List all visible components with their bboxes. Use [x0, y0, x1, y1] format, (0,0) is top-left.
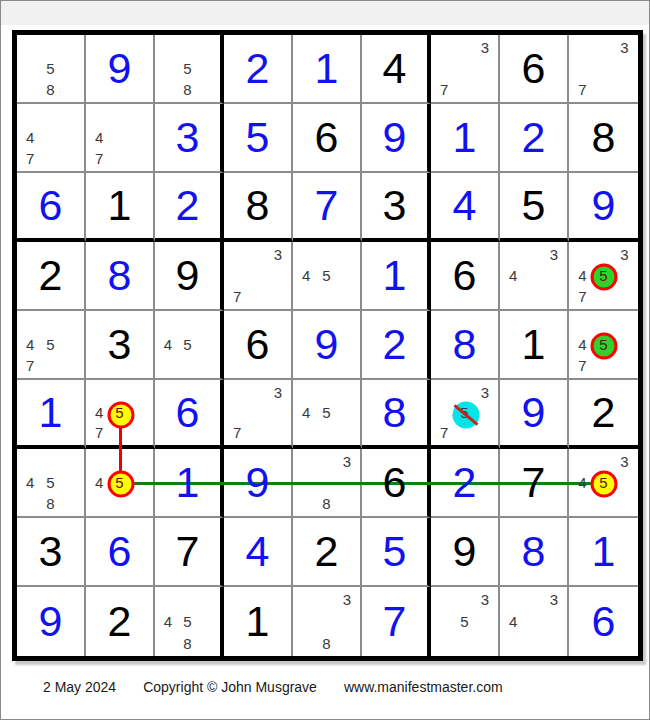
pencil-digit-5: 5 [316, 402, 336, 422]
pencil-marks: 37 [224, 242, 291, 309]
big-digit: 1 [383, 254, 407, 297]
pencil-digit-3: 3 [475, 382, 495, 402]
pencil-digit-6 [614, 334, 635, 355]
cell-r5c1[interactable]: 457 [17, 311, 86, 380]
pencil-digit-5: 5 [593, 472, 614, 493]
pencil-marks: 37 [431, 35, 498, 102]
cell-r3c7[interactable]: 4 [431, 173, 500, 242]
pencil-marks: 357 [431, 380, 498, 445]
pencil-digit-1 [227, 382, 247, 402]
pencil-digit-4 [434, 58, 454, 79]
big-digit: 2 [315, 530, 339, 573]
pencil-digit-6 [614, 58, 635, 79]
pencil-digit-1 [89, 382, 109, 402]
big-digit: 3 [39, 530, 63, 573]
cell-r6c6[interactable]: 8 [362, 380, 431, 449]
pencil-digit-3: 3 [268, 382, 288, 402]
pencil-digit-1 [20, 37, 40, 58]
pencil-digit-4 [572, 58, 593, 79]
pencil-digit-2 [454, 382, 474, 402]
big-digit: 3 [108, 323, 132, 366]
pencil-marks: 45 [155, 311, 220, 378]
pencil-digit-4: 4 [20, 127, 40, 148]
pencil-digit-8 [40, 355, 60, 376]
cell-r9c2[interactable]: 2 [86, 587, 155, 656]
pencil-digit-6 [337, 472, 357, 493]
pencil-digit-3 [197, 37, 217, 58]
pencil-digit-9 [337, 493, 357, 514]
cell-r2c5[interactable]: 6 [293, 104, 362, 173]
big-digit: 8 [592, 116, 616, 159]
pencil-digit-8: 8 [40, 79, 60, 100]
pencil-digit-5 [316, 611, 336, 633]
cell-r7c8[interactable]: 7 [500, 449, 569, 518]
big-digit: 1 [39, 391, 63, 434]
cell-r7c2[interactable]: 45 [86, 449, 155, 518]
big-digit: 5 [383, 530, 407, 573]
pencil-digit-9 [61, 148, 81, 169]
cell-r7c9[interactable]: 345 [569, 449, 638, 518]
pencil-digit-6 [197, 334, 217, 355]
footer-url: www.manifestmaster.com [344, 679, 503, 695]
pencil-digit-6 [544, 265, 564, 286]
pencil-digit-1 [296, 451, 316, 472]
pencil-digit-3 [614, 313, 635, 334]
cell-r4c2[interactable]: 8 [86, 242, 155, 311]
pencil-digit-9 [61, 493, 81, 514]
pencil-digit-6 [614, 265, 635, 286]
pencil-digit-3 [61, 451, 81, 472]
pencil-digit-8 [178, 355, 198, 376]
pencil-digit-8 [247, 286, 267, 307]
cell-r9c7[interactable]: 35 [431, 587, 500, 656]
cell-r8c7[interactable]: 9 [431, 518, 500, 587]
pencil-digit-5 [247, 402, 267, 422]
cell-r4c9[interactable]: 3457 [569, 242, 638, 311]
cell-r4c5[interactable]: 45 [293, 242, 362, 311]
big-digit: 6 [246, 323, 270, 366]
pencil-digit-5: 5 [593, 334, 614, 355]
pencil-digit-9 [130, 423, 150, 443]
pencil-digit-6 [61, 58, 81, 79]
cell-r1c6[interactable]: 4 [362, 35, 431, 104]
pencil-digit-2 [454, 589, 474, 611]
cell-r6c1[interactable]: 1 [17, 380, 86, 449]
pencil-digit-1 [572, 451, 593, 472]
pencil-digit-1 [20, 451, 40, 472]
pencil-digit-8 [454, 423, 474, 443]
pencil-digit-5: 5 [454, 611, 474, 633]
pencil-digit-2 [593, 313, 614, 334]
cell-r8c8[interactable]: 8 [500, 518, 569, 587]
pencil-digit-4: 4 [572, 334, 593, 355]
big-digit: 9 [108, 47, 132, 90]
pencil-digit-2 [247, 382, 267, 402]
cell-r3c9[interactable]: 9 [569, 173, 638, 242]
big-digit: 1 [315, 47, 339, 90]
big-digit: 6 [592, 600, 616, 643]
pencil-digit-7 [20, 493, 40, 514]
pencil-digit-8 [454, 632, 474, 654]
pencil-digit-2 [316, 382, 336, 402]
pencil-digit-1 [89, 106, 109, 127]
pencil-marks: 3457 [569, 242, 638, 309]
pencil-digit-6 [130, 127, 150, 148]
pencil-digit-3: 3 [544, 589, 564, 611]
cell-r5c5[interactable]: 9 [293, 311, 362, 380]
pencil-marks: 457 [17, 311, 84, 378]
cell-r9c8[interactable]: 34 [500, 587, 569, 656]
pencil-digit-7 [572, 493, 593, 514]
cell-r6c7[interactable]: 357 [431, 380, 500, 449]
pencil-digit-3 [130, 451, 150, 472]
pencil-digit-6 [61, 472, 81, 493]
cell-r8c4[interactable]: 4 [224, 518, 293, 587]
pencil-digit-5: 5 [316, 265, 336, 286]
pencil-digit-4 [227, 402, 247, 422]
cell-r1c2[interactable]: 9 [86, 35, 155, 104]
pencil-digit-8 [593, 286, 614, 307]
pencil-digit-7: 7 [89, 423, 109, 443]
pencil-digit-9 [337, 286, 357, 307]
pencil-digit-4: 4 [89, 472, 109, 493]
cell-r6c2[interactable]: 457 [86, 380, 155, 449]
pencil-digit-7 [434, 632, 454, 654]
pencil-digit-8 [454, 79, 474, 100]
big-digit: 6 [108, 530, 132, 573]
cell-r1c3[interactable]: 58 [155, 35, 224, 104]
big-digit: 3 [176, 116, 200, 159]
pencil-digit-3: 3 [475, 37, 495, 58]
pencil-digit-5 [523, 611, 543, 633]
pencil-digit-4: 4 [158, 334, 178, 355]
pencil-digit-8: 8 [178, 632, 198, 654]
pencil-digit-7: 7 [20, 148, 40, 169]
pencil-digit-6 [614, 472, 635, 493]
pencil-digit-3 [197, 589, 217, 611]
big-digit: 7 [315, 184, 339, 227]
cell-r1c1[interactable]: 58 [17, 35, 86, 104]
pencil-digit-8 [316, 423, 336, 443]
pencil-digit-8 [593, 493, 614, 514]
sudoku-page: 5895821437637474735691286128734592893745… [0, 0, 650, 720]
pencil-digit-9 [475, 79, 495, 100]
footer-date: 2 May 2024 [43, 679, 116, 695]
pencil-digit-2 [40, 106, 60, 127]
cell-r8c3[interactable]: 7 [155, 518, 224, 587]
cell-r4c8[interactable]: 34 [500, 242, 569, 311]
pencil-digit-5 [247, 265, 267, 286]
pencil-digit-4 [20, 58, 40, 79]
big-digit: 6 [522, 47, 546, 90]
pencil-digit-5: 5 [178, 611, 198, 633]
big-digit: 8 [108, 254, 132, 297]
big-digit: 2 [176, 184, 200, 227]
cell-r6c9[interactable]: 2 [569, 380, 638, 449]
pencil-digit-1 [434, 37, 454, 58]
pencil-digit-9 [197, 79, 217, 100]
cell-r9c6[interactable]: 7 [362, 587, 431, 656]
pencil-digit-5: 5 [178, 58, 198, 79]
cell-r6c8[interactable]: 9 [500, 380, 569, 449]
pencil-digit-8 [523, 286, 543, 307]
pencil-digit-1 [158, 313, 178, 334]
pencil-digit-5 [523, 265, 543, 286]
pencil-marks: 45 [293, 242, 360, 309]
cell-r5c3[interactable]: 45 [155, 311, 224, 380]
pencil-digit-2 [523, 244, 543, 265]
pencil-digit-6 [337, 402, 357, 422]
pencil-digit-3 [61, 106, 81, 127]
pencil-digit-1 [434, 589, 454, 611]
big-digit: 5 [522, 184, 546, 227]
pencil-digit-2 [593, 244, 614, 265]
pencil-digit-3 [337, 382, 357, 402]
cell-r2c7[interactable]: 1 [431, 104, 500, 173]
big-digit: 1 [453, 116, 477, 159]
cell-r8c5[interactable]: 2 [293, 518, 362, 587]
pencil-digit-4: 4 [20, 472, 40, 493]
pencil-digit-2 [316, 589, 336, 611]
big-digit: 6 [383, 461, 407, 504]
pencil-digit-4 [227, 265, 247, 286]
cell-r3c4[interactable]: 8 [224, 173, 293, 242]
top-band [1, 1, 649, 25]
pencil-digit-4: 4 [503, 265, 523, 286]
pencil-digit-7 [296, 286, 316, 307]
big-digit: 4 [453, 184, 477, 227]
pencil-digit-2 [178, 37, 198, 58]
pencil-digit-8 [109, 423, 129, 443]
cell-r9c1[interactable]: 9 [17, 587, 86, 656]
pencil-digit-8 [593, 79, 614, 100]
pencil-digit-3: 3 [337, 451, 357, 472]
footer: 2 May 2024Copyright © John Musgravewww.m… [43, 679, 530, 695]
pencil-digit-9 [614, 79, 635, 100]
pencil-digit-3: 3 [544, 244, 564, 265]
footer-copyright: Copyright © John Musgrave [143, 679, 317, 695]
pencil-digit-4: 4 [20, 334, 40, 355]
pencil-digit-7 [158, 632, 178, 654]
pencil-digit-6 [197, 611, 217, 633]
cell-r8c1[interactable]: 3 [17, 518, 86, 587]
pencil-digit-9 [61, 355, 81, 376]
pencil-digit-2 [109, 106, 129, 127]
big-digit: 2 [39, 254, 63, 297]
pencil-digit-3 [197, 313, 217, 334]
cell-r7c1[interactable]: 458 [17, 449, 86, 518]
pencil-digit-4 [296, 472, 316, 493]
pencil-digit-9 [130, 493, 150, 514]
pencil-digit-9 [544, 632, 564, 654]
pencil-digit-4: 4 [89, 402, 109, 422]
pencil-digit-5: 5 [109, 472, 129, 493]
pencil-digit-7: 7 [434, 79, 454, 100]
pencil-digit-6 [544, 611, 564, 633]
cell-r2c3[interactable]: 3 [155, 104, 224, 173]
big-digit: 8 [246, 184, 270, 227]
pencil-digit-3 [130, 106, 150, 127]
pencil-digit-4 [296, 611, 316, 633]
cell-r2c8[interactable]: 2 [500, 104, 569, 173]
big-digit: 5 [246, 116, 270, 159]
cell-r2c2[interactable]: 47 [86, 104, 155, 173]
cell-r6c3[interactable]: 6 [155, 380, 224, 449]
big-digit: 1 [522, 323, 546, 366]
big-digit: 8 [522, 530, 546, 573]
cell-r3c6[interactable]: 3 [362, 173, 431, 242]
cell-r3c5[interactable]: 7 [293, 173, 362, 242]
pencil-digit-4: 4 [89, 127, 109, 148]
cell-r5c6[interactable]: 2 [362, 311, 431, 380]
cell-r3c8[interactable]: 5 [500, 173, 569, 242]
big-digit: 9 [453, 530, 477, 573]
big-digit: 2 [522, 116, 546, 159]
cell-r3c3[interactable]: 2 [155, 173, 224, 242]
cell-r2c1[interactable]: 47 [17, 104, 86, 173]
pencil-digit-6 [130, 472, 150, 493]
cell-r9c9[interactable]: 6 [569, 587, 638, 656]
pencil-digit-1 [158, 37, 178, 58]
pencil-digit-9 [337, 423, 357, 443]
cell-r3c1[interactable]: 6 [17, 173, 86, 242]
pencil-digit-9 [268, 286, 288, 307]
cell-r4c6[interactable]: 1 [362, 242, 431, 311]
pencil-digit-7 [158, 79, 178, 100]
cell-r2c9[interactable]: 8 [569, 104, 638, 173]
pencil-digit-7 [296, 632, 316, 654]
cell-r6c5[interactable]: 45 [293, 380, 362, 449]
pencil-digit-2 [40, 37, 60, 58]
pencil-digit-7 [503, 632, 523, 654]
cell-r2c4[interactable]: 5 [224, 104, 293, 173]
big-digit: 2 [453, 461, 477, 504]
cell-r7c4[interactable]: 9 [224, 449, 293, 518]
cell-r5c9[interactable]: 457 [569, 311, 638, 380]
pencil-digit-9 [197, 632, 217, 654]
cell-r4c7[interactable]: 6 [431, 242, 500, 311]
pencil-digit-4: 4 [572, 472, 593, 493]
pencil-digit-3: 3 [337, 589, 357, 611]
pencil-digit-8: 8 [316, 493, 336, 514]
cell-r1c9[interactable]: 37 [569, 35, 638, 104]
pencil-digit-2 [454, 37, 474, 58]
cell-r9c5[interactable]: 38 [293, 587, 362, 656]
cell-r5c4[interactable]: 6 [224, 311, 293, 380]
cell-r1c5[interactable]: 1 [293, 35, 362, 104]
pencil-marks: 38 [293, 587, 360, 656]
pencil-digit-7: 7 [572, 355, 593, 376]
pencil-digit-7: 7 [572, 286, 593, 307]
cell-r7c7[interactable]: 2 [431, 449, 500, 518]
pencil-digit-9 [475, 632, 495, 654]
cell-r1c7[interactable]: 37 [431, 35, 500, 104]
pencil-marks: 457 [86, 380, 153, 445]
big-digit: 4 [246, 530, 270, 573]
sudoku-board: 5895821437637474735691286128734592893745… [12, 30, 643, 661]
pencil-digit-4: 4 [296, 265, 316, 286]
big-digit: 6 [39, 184, 63, 227]
pencil-digit-6 [61, 334, 81, 355]
pencil-digit-5: 5 [593, 265, 614, 286]
cell-r8c2[interactable]: 6 [86, 518, 155, 587]
pencil-digit-3 [61, 313, 81, 334]
cell-r1c4[interactable]: 2 [224, 35, 293, 104]
pencil-marks: 458 [155, 587, 220, 656]
big-digit: 1 [176, 461, 200, 504]
pencil-digit-6 [61, 127, 81, 148]
pencil-digit-1 [20, 313, 40, 334]
cell-r1c8[interactable]: 6 [500, 35, 569, 104]
big-digit: 9 [383, 116, 407, 159]
pencil-digit-3: 3 [475, 589, 495, 611]
cell-r6c4[interactable]: 37 [224, 380, 293, 449]
cell-r7c6[interactable]: 6 [362, 449, 431, 518]
big-digit: 6 [315, 116, 339, 159]
pencil-marks: 457 [569, 311, 638, 378]
pencil-digit-3: 3 [614, 244, 635, 265]
pencil-digit-4 [434, 402, 454, 422]
cell-r3c2[interactable]: 1 [86, 173, 155, 242]
pencil-marks: 37 [224, 380, 291, 445]
big-digit: 9 [176, 254, 200, 297]
cell-r4c1[interactable]: 2 [17, 242, 86, 311]
pencil-digit-1 [296, 382, 316, 402]
pencil-digit-9 [614, 493, 635, 514]
pencil-digit-5 [109, 127, 129, 148]
cell-r2c6[interactable]: 9 [362, 104, 431, 173]
pencil-digit-2 [316, 244, 336, 265]
cell-r7c3[interactable]: 1 [155, 449, 224, 518]
cell-r7c5[interactable]: 38 [293, 449, 362, 518]
cell-r8c9[interactable]: 1 [569, 518, 638, 587]
pencil-digit-4: 4 [572, 265, 593, 286]
cell-r9c4[interactable]: 1 [224, 587, 293, 656]
big-digit: 2 [383, 323, 407, 366]
pencil-digit-7: 7 [434, 423, 454, 443]
cell-r5c7[interactable]: 8 [431, 311, 500, 380]
pencil-marks: 58 [155, 35, 220, 102]
pencil-digit-7 [20, 79, 40, 100]
pencil-digit-4 [434, 611, 454, 633]
pencil-marks: 345 [569, 449, 638, 516]
pencil-digit-7: 7 [227, 286, 247, 307]
pencil-digit-9 [614, 355, 635, 376]
cell-r5c2[interactable]: 3 [86, 311, 155, 380]
cell-r8c6[interactable]: 5 [362, 518, 431, 587]
cell-r9c3[interactable]: 458 [155, 587, 224, 656]
pencil-digit-1 [572, 244, 593, 265]
big-digit: 7 [176, 530, 200, 573]
pencil-digit-1 [227, 244, 247, 265]
pencil-digit-7 [296, 493, 316, 514]
pencil-digit-6 [337, 611, 357, 633]
big-digit: 7 [383, 600, 407, 643]
pencil-marks: 45 [86, 449, 153, 516]
cell-r4c3[interactable]: 9 [155, 242, 224, 311]
pencil-digit-3 [130, 382, 150, 402]
cell-r5c8[interactable]: 1 [500, 311, 569, 380]
pencil-digit-9 [268, 423, 288, 443]
pencil-digit-8 [109, 493, 129, 514]
pencil-digit-5 [593, 58, 614, 79]
big-digit: 9 [246, 461, 270, 504]
pencil-digit-1 [572, 37, 593, 58]
pencil-digit-7 [89, 493, 109, 514]
pencil-digit-9 [544, 286, 564, 307]
cell-r4c4[interactable]: 37 [224, 242, 293, 311]
pencil-digit-6 [268, 402, 288, 422]
